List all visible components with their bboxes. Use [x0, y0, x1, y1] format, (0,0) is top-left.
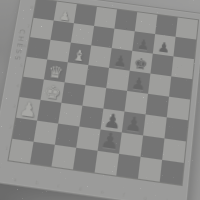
square-e1[interactable] [95, 151, 119, 176]
square-g1[interactable] [138, 157, 162, 182]
square-h8[interactable] [176, 18, 198, 40]
square-f2[interactable] [119, 132, 143, 156]
square-d6[interactable] [88, 45, 111, 68]
square-d2[interactable] [76, 127, 100, 151]
square-f3[interactable]: ♟ [122, 112, 146, 136]
square-h3[interactable] [164, 117, 188, 141]
board-frame: CHESS ❖ ❖ 87654321 abcdefgh ♟♟♟♝♟♚♛♟♚♟♟♟… [0, 0, 200, 200]
square-e5[interactable] [106, 68, 129, 91]
square-e7[interactable] [112, 29, 135, 51]
square-d3[interactable] [79, 106, 103, 130]
square-e2[interactable]: ♟ [98, 130, 122, 154]
square-e8[interactable] [114, 10, 137, 32]
square-d7[interactable] [91, 26, 114, 48]
file-label: g [143, 195, 147, 200]
white-queen[interactable]: ♛ [47, 64, 65, 82]
black-pawn[interactable]: ♟ [130, 75, 147, 93]
board-perspective-wrap: CHESS ❖ ❖ 87654321 abcdefgh ♟♟♟♝♟♚♛♟♚♟♟♟… [0, 0, 200, 200]
square-g7[interactable]: ♟ [153, 34, 176, 56]
chessboard-photo: CHESS ❖ ❖ 87654321 abcdefgh ♟♟♟♝♟♚♛♟♚♟♟♟… [0, 0, 200, 200]
board-grid: ♟♟♟♝♟♚♛♟♚♟♟♟♟ [7, 0, 199, 186]
square-h2[interactable] [162, 138, 186, 163]
white-pawn[interactable]: ♟ [18, 99, 39, 121]
square-f1[interactable] [116, 154, 140, 179]
square-g8[interactable] [155, 15, 178, 37]
maker-stamp-icon: ❖ ❖ [0, 163, 1, 179]
square-g2[interactable] [141, 135, 165, 159]
square-g4[interactable] [146, 94, 169, 118]
square-d1[interactable] [73, 148, 98, 173]
file-label: e [101, 189, 105, 195]
square-g5[interactable] [148, 74, 171, 97]
square-h1[interactable] [160, 160, 184, 185]
square-h6[interactable] [171, 56, 194, 79]
file-label: h [166, 198, 170, 200]
square-g6[interactable] [150, 54, 173, 77]
square-d8[interactable] [94, 7, 117, 29]
file-label: b [35, 180, 39, 186]
square-e6[interactable]: ♟ [109, 48, 132, 71]
square-h5[interactable] [169, 76, 192, 99]
square-d4[interactable] [82, 85, 106, 108]
square-g3[interactable] [143, 114, 167, 138]
square-h7[interactable] [173, 37, 196, 59]
black-pawn[interactable]: ♟ [124, 113, 144, 135]
square-f6[interactable]: ♚ [130, 51, 153, 74]
file-label: d [78, 186, 82, 192]
square-f8[interactable] [135, 12, 158, 34]
black-pawn[interactable]: ♟ [99, 130, 121, 154]
square-d5[interactable] [85, 65, 109, 88]
file-label: f [123, 192, 125, 198]
white-king[interactable]: ♚ [43, 83, 62, 103]
square-h4[interactable] [167, 97, 190, 121]
square-f5[interactable]: ♟ [127, 71, 150, 94]
file-label: c [57, 183, 61, 189]
file-label: a [13, 177, 17, 183]
square-f7[interactable]: ♟ [132, 31, 155, 53]
